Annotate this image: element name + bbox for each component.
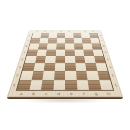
square-e4[interactable]	[65, 56, 75, 63]
square-c2[interactable]	[42, 71, 54, 80]
board-shadow	[3, 99, 127, 104]
square-h1[interactable]	[99, 80, 113, 90]
square-e3[interactable]	[65, 63, 76, 71]
chessboard-scene: abcdefgh 87654321 87654321 abcdefgh	[0, 0, 130, 130]
square-d2[interactable]	[54, 71, 65, 80]
square-c1[interactable]	[41, 80, 54, 90]
square-h3[interactable]	[95, 63, 107, 71]
square-d4[interactable]	[55, 56, 65, 63]
square-c4[interactable]	[45, 56, 56, 63]
square-e1[interactable]	[65, 80, 77, 90]
square-h2[interactable]	[97, 71, 110, 80]
square-d3[interactable]	[54, 63, 65, 71]
square-h4[interactable]	[94, 56, 106, 63]
board-grid	[17, 33, 113, 90]
square-c3[interactable]	[44, 63, 55, 71]
square-e2[interactable]	[65, 71, 76, 80]
playing-field-border	[16, 33, 114, 91]
chessboard: abcdefgh 87654321 87654321 abcdefgh	[7, 30, 123, 97]
square-d1[interactable]	[53, 80, 65, 90]
